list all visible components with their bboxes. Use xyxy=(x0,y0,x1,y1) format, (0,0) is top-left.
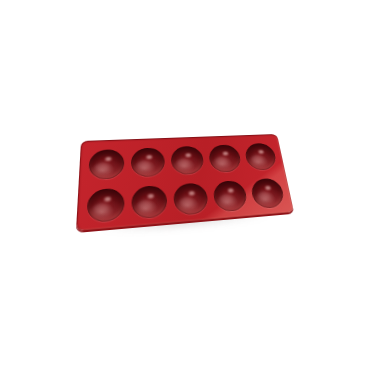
pit-r0-c1[interactable] xyxy=(130,147,165,177)
pit-cell xyxy=(240,138,282,175)
pit-r1-c1[interactable] xyxy=(131,185,167,219)
pit-cell xyxy=(208,175,252,217)
pit-r0-c3[interactable] xyxy=(207,144,241,173)
pit-cell xyxy=(127,143,169,183)
pit-r1-c4[interactable] xyxy=(249,177,285,208)
pit-cell xyxy=(82,182,128,228)
pit-cell xyxy=(169,177,213,221)
pit-cell xyxy=(245,173,289,214)
pit-r1-c2[interactable] xyxy=(172,182,208,215)
pit-r0-c4[interactable] xyxy=(243,142,277,170)
pit-r1-c3[interactable] xyxy=(212,180,248,212)
pit-cell xyxy=(166,141,208,180)
pit-r0-c2[interactable] xyxy=(170,145,204,174)
pit-grid xyxy=(82,138,290,228)
pit-cell xyxy=(84,144,127,185)
photo-background xyxy=(0,0,375,375)
pit-r0-c0[interactable] xyxy=(88,149,124,180)
pit-cell xyxy=(204,140,246,178)
pit-cell xyxy=(127,180,171,225)
pit-r1-c0[interactable] xyxy=(86,187,124,222)
